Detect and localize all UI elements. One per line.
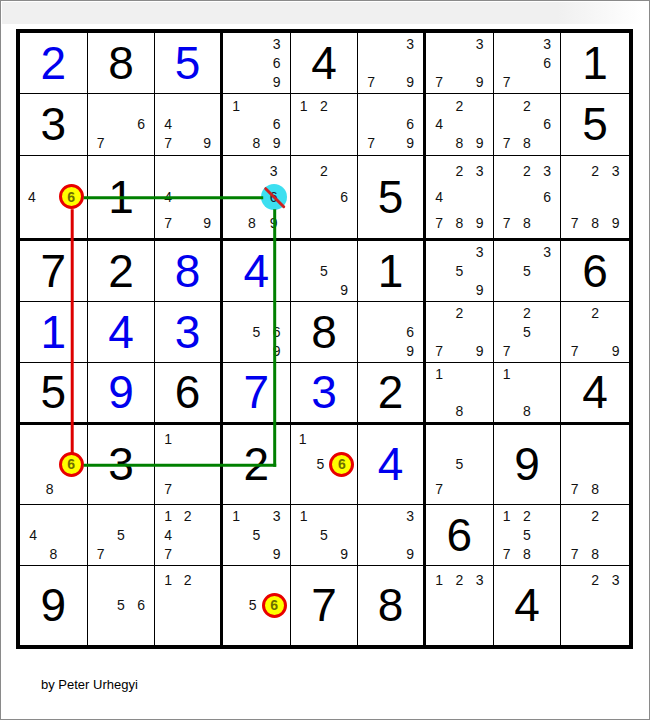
value: 3 [41, 101, 67, 147]
value: 9 [108, 369, 134, 415]
candidate-1[interactable]: 1 [226, 507, 246, 526]
candidate-5[interactable]: 5 [111, 593, 131, 618]
candidate-7[interactable]: 7 [158, 544, 178, 563]
candidate-3[interactable]: 3 [469, 158, 489, 184]
candidate-8[interactable]: 8 [517, 402, 537, 420]
cell-r6c9[interactable]: 4 [561, 363, 629, 424]
candidate-7[interactable]: 7 [429, 210, 449, 236]
candidates: 57 [88, 505, 155, 565]
candidate-3[interactable]: 3 [266, 507, 286, 526]
candidate-7[interactable]: 7 [497, 73, 517, 92]
candidates: 69 [358, 302, 423, 362]
candidate-5[interactable]: 5 [517, 525, 537, 544]
candidate-8[interactable]: 8 [449, 134, 469, 153]
candidate-6[interactable]: 6 [266, 54, 286, 73]
value: 2 [41, 40, 67, 86]
candidate-7[interactable]: 7 [158, 210, 178, 236]
candidate-4[interactable]: 4 [23, 525, 43, 544]
cell-r7c5[interactable]: 156 [291, 425, 359, 505]
candidate-2[interactable]: 2 [314, 158, 334, 184]
cell-r4c6[interactable]: 1 [358, 241, 426, 302]
cell-r6c7[interactable]: 18 [426, 363, 494, 424]
candidates: 12578 [494, 505, 561, 565]
value: 4 [108, 309, 134, 355]
cell-r8c6[interactable]: 39 [358, 505, 426, 566]
candidates: 39 [358, 505, 423, 565]
candidate-8[interactable]: 8 [449, 210, 469, 236]
candidate-3[interactable]: 3 [537, 243, 557, 262]
candidate-3[interactable]: 3 [261, 158, 287, 184]
cell-r2c5[interactable]: 12 [291, 94, 359, 155]
candidate-7[interactable]: 7 [91, 134, 111, 153]
candidate-3[interactable]: 3 [469, 568, 489, 593]
candidates: 56 [223, 566, 290, 645]
candidates: 156 [291, 425, 358, 504]
candidate-9[interactable]: 9 [469, 134, 489, 153]
value: 1 [582, 40, 608, 86]
candidate-8[interactable]: 8 [585, 477, 606, 502]
cell-r3c7[interactable]: 234789 [426, 156, 494, 241]
candidate-1[interactable]: 1 [429, 365, 449, 383]
candidates: 1247 [155, 505, 220, 565]
candidate-9[interactable]: 9 [400, 73, 420, 92]
value: 8 [378, 582, 404, 628]
candidate-7[interactable]: 7 [497, 342, 517, 361]
cell-r5c1[interactable]: 1 [20, 302, 88, 363]
cell-r7c6[interactable]: 4 [358, 425, 426, 505]
candidate-2[interactable]: 2 [449, 568, 469, 593]
candidates: 23789 [561, 156, 629, 238]
value: 6 [582, 248, 608, 294]
cell-r4c8[interactable]: 35 [494, 241, 562, 302]
cell-r4c3[interactable]: 8 [155, 241, 223, 302]
candidate-1[interactable]: 1 [226, 96, 246, 115]
cell-r1c8[interactable]: 367 [494, 33, 562, 94]
value: 4 [514, 582, 540, 628]
value: 4 [244, 248, 270, 294]
candidate-9[interactable]: 9 [469, 73, 489, 92]
candidate-6[interactable]: 6 [266, 323, 286, 342]
candidate-9[interactable]: 9 [266, 544, 286, 563]
cell-r9c7[interactable]: 123 [426, 566, 494, 645]
candidate-4[interactable]: 4 [429, 184, 449, 210]
value: 9 [514, 441, 540, 487]
candidate-9[interactable]: 9 [266, 134, 286, 153]
candidate-8[interactable]: 8 [585, 544, 606, 563]
candidates: 367 [494, 33, 561, 93]
cell-r2c7[interactable]: 2489 [426, 94, 494, 155]
cell-r3c5[interactable]: 26 [291, 156, 359, 241]
candidates: 369 [223, 33, 290, 93]
candidates: 2678 [494, 94, 561, 154]
cell-r5c9[interactable]: 279 [561, 302, 629, 363]
candidate-3[interactable]: 3 [605, 568, 626, 593]
candidate-5[interactable]: 5 [111, 525, 131, 544]
candidate-3[interactable]: 3 [605, 158, 626, 184]
cell-r5c6[interactable]: 69 [358, 302, 426, 363]
value: 4 [378, 441, 404, 487]
candidate-3[interactable]: 3 [469, 243, 489, 262]
candidate-7[interactable]: 7 [158, 134, 178, 153]
cell-r5c3[interactable]: 3 [155, 302, 223, 363]
candidate-9[interactable]: 9 [605, 342, 626, 361]
candidate-6[interactable]: 6 [261, 184, 287, 210]
candidate-9[interactable]: 9 [469, 210, 489, 236]
candidate-7[interactable]: 7 [158, 477, 178, 502]
candidate-6[interactable]: 6 [334, 184, 354, 210]
candidate-4[interactable]: 4 [158, 115, 178, 134]
candidate-9[interactable]: 9 [261, 210, 287, 236]
value: 2 [108, 248, 134, 294]
value: 1 [108, 174, 134, 220]
candidate-6[interactable]: 6 [131, 593, 151, 618]
candidates: 1359 [223, 505, 290, 565]
candidate-7[interactable]: 7 [564, 342, 585, 361]
cell-r9c6[interactable]: 8 [358, 566, 426, 645]
candidates: 479 [155, 156, 220, 238]
candidate-6[interactable]: 6 [266, 115, 286, 134]
value: 7 [311, 582, 337, 628]
cell-r3c8[interactable]: 23678 [494, 156, 562, 241]
cell-r1c9[interactable]: 1 [561, 33, 629, 94]
cell-r5c2[interactable]: 4 [88, 302, 156, 363]
candidate-4[interactable]: 4 [158, 184, 178, 210]
value: 4 [582, 369, 608, 415]
cell-r2c2[interactable]: 67 [88, 94, 156, 155]
candidate-9[interactable]: 9 [469, 342, 489, 361]
candidates: 56 [88, 566, 155, 645]
cell-r2c3[interactable]: 479 [155, 94, 223, 155]
candidate-6[interactable]: 6 [262, 593, 287, 618]
cell-r5c7[interactable]: 279 [426, 302, 494, 363]
cell-r7c4[interactable]: 2 [223, 425, 291, 505]
top-bar [2, 2, 648, 24]
cell-r8c9[interactable]: 278 [561, 505, 629, 566]
candidates: 679 [358, 94, 423, 154]
cell-r2c6[interactable]: 679 [358, 94, 426, 155]
value: 1 [378, 248, 404, 294]
candidate-1[interactable]: 1 [158, 568, 178, 593]
cell-r1c7[interactable]: 379 [426, 33, 494, 94]
candidate-2[interactable]: 2 [449, 96, 469, 115]
cell-r8c7[interactable]: 6 [426, 505, 494, 566]
value: 5 [582, 101, 608, 147]
candidate-9[interactable]: 9 [197, 210, 217, 236]
candidates: 68 [20, 425, 87, 504]
candidate-4[interactable]: 4 [23, 184, 41, 210]
candidates: 2489 [426, 94, 493, 154]
candidate-1[interactable]: 1 [429, 568, 449, 593]
page: 2853694379379367136747916891267924892678… [0, 0, 650, 720]
candidates: 17 [155, 425, 220, 504]
candidate-6[interactable]: 6 [400, 115, 420, 134]
cell-r3c9[interactable]: 23789 [561, 156, 629, 241]
candidate-5[interactable]: 5 [244, 593, 262, 618]
cell-r9c3[interactable]: 12 [155, 566, 223, 645]
cell-r5c8[interactable]: 257 [494, 302, 562, 363]
cell-r2c1[interactable]: 3 [20, 94, 88, 155]
candidates: 479 [155, 94, 220, 154]
cell-r3c1[interactable]: 46 [20, 156, 88, 241]
candidate-2[interactable]: 2 [585, 568, 606, 593]
cell-r3c6[interactable]: 5 [358, 156, 426, 241]
value: 5 [378, 174, 404, 220]
candidates: 234789 [426, 156, 493, 238]
cell-r6c3[interactable]: 6 [155, 363, 223, 424]
candidate-8[interactable]: 8 [585, 210, 606, 236]
candidates: 46 [20, 156, 87, 238]
candidate-6[interactable]: 6 [537, 54, 557, 73]
candidate-7[interactable]: 7 [429, 342, 449, 361]
candidates: 1689 [223, 94, 290, 154]
candidate-7[interactable]: 7 [564, 544, 585, 563]
value: 6 [175, 369, 201, 415]
candidate-8[interactable]: 8 [517, 210, 537, 236]
candidate-9[interactable]: 9 [197, 134, 217, 153]
candidate-2[interactable]: 2 [178, 507, 198, 526]
candidate-7[interactable]: 7 [361, 73, 381, 92]
candidates: 78 [561, 425, 629, 504]
cell-r3c2[interactable]: 1 [88, 156, 156, 241]
candidate-6[interactable]: 6 [537, 184, 557, 210]
candidate-7[interactable]: 7 [361, 134, 381, 153]
cell-r6c1[interactable]: 5 [20, 363, 88, 424]
cell-r8c4[interactable]: 1359 [223, 505, 291, 566]
candidate-6[interactable]: 6 [329, 452, 354, 477]
cell-r8c8[interactable]: 12578 [494, 505, 562, 566]
cell-r4c7[interactable]: 359 [426, 241, 494, 302]
candidate-9[interactable]: 9 [334, 280, 354, 299]
candidate-2[interactable]: 2 [449, 158, 469, 184]
candidate-7[interactable]: 7 [497, 134, 517, 153]
cell-r3c3[interactable]: 479 [155, 156, 223, 241]
candidate-1[interactable]: 1 [497, 365, 517, 383]
cell-r9c8[interactable]: 4 [494, 566, 562, 645]
candidate-9[interactable]: 9 [266, 73, 286, 92]
cell-r6c6[interactable]: 2 [358, 363, 426, 424]
cell-r9c5[interactable]: 7 [291, 566, 359, 645]
cell-r4c5[interactable]: 59 [291, 241, 359, 302]
cell-r6c8[interactable]: 18 [494, 363, 562, 424]
cell-r8c2[interactable]: 57 [88, 505, 156, 566]
candidates: 35 [494, 241, 561, 301]
value: 8 [311, 309, 337, 355]
candidates: 59 [291, 241, 358, 301]
candidate-5[interactable]: 5 [314, 261, 334, 280]
candidate-9[interactable]: 9 [400, 134, 420, 153]
candidates: 379 [358, 33, 423, 93]
candidate-3[interactable]: 3 [400, 507, 420, 526]
cell-r5c5[interactable]: 8 [291, 302, 359, 363]
candidate-7[interactable]: 7 [564, 210, 585, 236]
cell-r2c8[interactable]: 2678 [494, 94, 562, 155]
candidate-7[interactable]: 7 [564, 477, 585, 502]
cell-r2c9[interactable]: 5 [561, 94, 629, 155]
candidate-8[interactable]: 8 [449, 402, 469, 420]
credit-text: by Peter Urhegyi [41, 677, 138, 692]
candidates: 123 [426, 566, 493, 645]
value: 2 [244, 441, 270, 487]
cell-r3c4[interactable]: 3689 [223, 156, 291, 241]
value: 1 [41, 309, 67, 355]
candidate-2[interactable]: 2 [585, 158, 606, 184]
cell-r8c5[interactable]: 159 [291, 505, 359, 566]
candidate-8[interactable]: 8 [243, 210, 260, 236]
candidates: 26 [291, 156, 358, 238]
candidate-6[interactable]: 6 [59, 452, 84, 477]
candidate-6[interactable]: 6 [400, 323, 420, 342]
value: 5 [175, 40, 201, 86]
candidate-7[interactable]: 7 [91, 544, 111, 563]
cell-r1c5[interactable]: 4 [291, 33, 359, 94]
candidates: 159 [291, 505, 358, 565]
candidate-8[interactable]: 8 [43, 544, 63, 563]
cell-r6c5[interactable]: 3 [291, 363, 359, 424]
candidate-6[interactable]: 6 [59, 184, 84, 209]
candidates: 12 [291, 94, 358, 154]
candidate-8[interactable]: 8 [517, 134, 537, 153]
candidates: 3689 [223, 156, 290, 238]
candidate-9[interactable]: 9 [469, 280, 489, 299]
candidate-8[interactable]: 8 [517, 544, 537, 563]
candidate-3[interactable]: 3 [266, 35, 286, 54]
candidate-7[interactable]: 7 [497, 210, 517, 236]
value: 9 [41, 582, 67, 628]
cell-r2c4[interactable]: 1689 [223, 94, 291, 155]
candidates: 279 [561, 302, 629, 362]
candidate-1[interactable]: 1 [497, 507, 517, 526]
candidate-4[interactable]: 4 [158, 525, 178, 544]
candidate-5[interactable]: 5 [246, 323, 266, 342]
candidate-5[interactable]: 5 [449, 261, 469, 280]
candidates: 278 [561, 505, 629, 565]
sudoku-grid: 2853694379379367136747916891267924892678… [16, 29, 633, 649]
candidates: 23678 [494, 156, 561, 238]
candidate-1[interactable]: 1 [158, 507, 178, 526]
candidate-1[interactable]: 1 [294, 507, 314, 526]
value: 3 [108, 441, 134, 487]
value: 2 [378, 369, 404, 415]
value: 8 [175, 248, 201, 294]
candidates: 18 [494, 363, 561, 421]
value: 3 [311, 369, 337, 415]
cell-r9c1[interactable]: 9 [20, 566, 88, 645]
cell-r4c4[interactable]: 4 [223, 241, 291, 302]
candidate-5[interactable]: 5 [517, 261, 537, 280]
candidate-2[interactable]: 2 [449, 304, 469, 323]
candidate-9[interactable]: 9 [334, 544, 354, 563]
candidate-2[interactable]: 2 [314, 96, 334, 115]
candidate-7[interactable]: 7 [497, 544, 517, 563]
cell-r7c3[interactable]: 17 [155, 425, 223, 505]
candidate-5[interactable]: 5 [246, 525, 266, 544]
cell-r6c4[interactable]: 7 [223, 363, 291, 424]
candidates: 569 [223, 302, 290, 362]
candidate-3[interactable]: 3 [537, 158, 557, 184]
cell-r7c2[interactable]: 3 [88, 425, 156, 505]
cell-r7c9[interactable]: 78 [561, 425, 629, 505]
candidates: 23 [561, 566, 629, 645]
candidate-1[interactable]: 1 [158, 427, 178, 452]
cell-r9c4[interactable]: 56 [223, 566, 291, 645]
candidates: 379 [426, 33, 493, 93]
candidates: 257 [494, 302, 561, 362]
cell-r4c9[interactable]: 6 [561, 241, 629, 302]
value: 8 [108, 40, 134, 86]
cell-r1c3[interactable]: 5 [155, 33, 223, 94]
cell-r8c1[interactable]: 48 [20, 505, 88, 566]
candidate-2[interactable]: 2 [517, 507, 537, 526]
candidate-9[interactable]: 9 [266, 342, 286, 361]
cell-r7c8[interactable]: 9 [494, 425, 562, 505]
candidate-2[interactable]: 2 [178, 568, 198, 593]
candidate-7[interactable]: 7 [429, 477, 449, 502]
cell-r4c2[interactable]: 2 [88, 241, 156, 302]
value: 3 [175, 309, 201, 355]
cell-r8c3[interactable]: 1247 [155, 505, 223, 566]
candidate-8[interactable]: 8 [246, 134, 266, 153]
candidates: 48 [20, 505, 87, 565]
value: 7 [41, 248, 67, 294]
candidate-3[interactable]: 3 [469, 35, 489, 54]
candidates: 359 [426, 241, 493, 301]
value: 6 [447, 512, 473, 558]
candidate-2[interactable]: 2 [517, 158, 537, 184]
cell-r1c6[interactable]: 379 [358, 33, 426, 94]
cell-r1c2[interactable]: 8 [88, 33, 156, 94]
cell-r9c9[interactable]: 23 [561, 566, 629, 645]
candidate-5[interactable]: 5 [314, 525, 334, 544]
candidate-1[interactable]: 1 [294, 427, 312, 452]
value: 4 [311, 40, 337, 86]
cell-r7c1[interactable]: 68 [20, 425, 88, 505]
cell-r4c1[interactable]: 7 [20, 241, 88, 302]
cell-r9c2[interactable]: 56 [88, 566, 156, 645]
candidate-6[interactable]: 6 [131, 115, 151, 134]
candidates: 57 [426, 425, 493, 504]
candidate-2[interactable]: 2 [585, 304, 606, 323]
candidate-1[interactable]: 1 [294, 96, 314, 115]
candidate-5[interactable]: 5 [311, 452, 329, 477]
candidate-5[interactable]: 5 [449, 452, 469, 477]
candidate-2[interactable]: 2 [517, 96, 537, 115]
cell-r5c4[interactable]: 569 [223, 302, 291, 363]
candidate-9[interactable]: 9 [400, 342, 420, 361]
candidate-9[interactable]: 9 [605, 210, 626, 236]
value: 7 [244, 369, 270, 415]
candidate-3[interactable]: 3 [400, 35, 420, 54]
candidate-3[interactable]: 3 [537, 35, 557, 54]
candidates: 18 [426, 363, 493, 421]
candidate-5[interactable]: 5 [517, 323, 537, 342]
cell-r1c1[interactable]: 2 [20, 33, 88, 94]
candidates: 67 [88, 94, 155, 154]
candidate-8[interactable]: 8 [41, 477, 59, 502]
cell-r7c7[interactable]: 57 [426, 425, 494, 505]
candidates: 279 [426, 302, 493, 362]
candidate-7[interactable]: 7 [429, 73, 449, 92]
value: 5 [41, 369, 67, 415]
candidate-2[interactable]: 2 [585, 507, 606, 526]
candidate-6[interactable]: 6 [537, 115, 557, 134]
cell-r1c4[interactable]: 369 [223, 33, 291, 94]
candidate-9[interactable]: 9 [400, 544, 420, 563]
candidate-4[interactable]: 4 [429, 115, 449, 134]
cell-r6c2[interactable]: 9 [88, 363, 156, 424]
candidate-2[interactable]: 2 [517, 304, 537, 323]
candidates: 12 [155, 566, 220, 645]
